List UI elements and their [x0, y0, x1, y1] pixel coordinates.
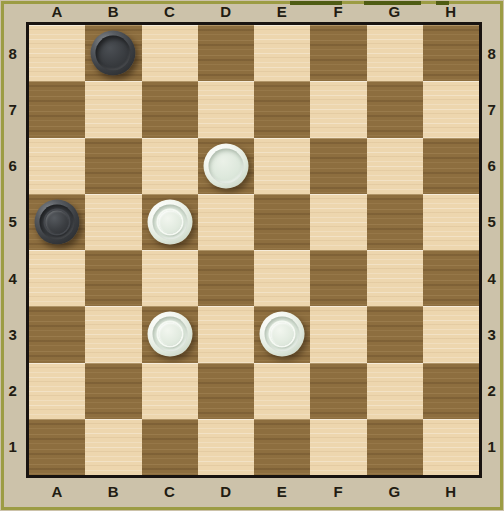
top-border-mark-1: [290, 1, 342, 5]
square-h5[interactable]: [423, 194, 479, 250]
file-label-top-a: A: [29, 0, 85, 22]
square-e1[interactable]: [254, 419, 310, 475]
square-a1[interactable]: [29, 419, 85, 475]
rank-label-right-8: 8: [482, 25, 502, 81]
rank-label-right-3: 3: [482, 306, 502, 362]
square-f5[interactable]: [310, 194, 366, 250]
square-d2[interactable]: [198, 363, 254, 419]
square-a6[interactable]: [29, 138, 85, 194]
square-b6[interactable]: [85, 138, 141, 194]
rank-labels-right: 87654321: [482, 25, 502, 475]
square-b4[interactable]: [85, 250, 141, 306]
file-label-bottom-g: G: [367, 478, 423, 505]
piece-white-king-c3[interactable]: [147, 312, 192, 357]
square-f7[interactable]: [310, 81, 366, 137]
square-c1[interactable]: [142, 419, 198, 475]
square-f6[interactable]: [310, 138, 366, 194]
square-d8[interactable]: [198, 25, 254, 81]
square-a2[interactable]: [29, 363, 85, 419]
square-e6[interactable]: [254, 138, 310, 194]
rank-label-right-4: 4: [482, 250, 502, 306]
square-g3[interactable]: [367, 306, 423, 362]
file-label-bottom-f: F: [310, 478, 366, 505]
rank-label-left-8: 8: [0, 25, 26, 81]
file-label-top-c: C: [142, 0, 198, 22]
checkers-app: ABCDEFGH ABCDEFGH 87654321 87654321: [0, 0, 504, 511]
square-e5[interactable]: [254, 194, 310, 250]
rank-label-left-7: 7: [0, 81, 26, 137]
square-h4[interactable]: [423, 250, 479, 306]
square-f4[interactable]: [310, 250, 366, 306]
piece-white-man-d6[interactable]: [203, 143, 248, 188]
square-b8[interactable]: [85, 25, 141, 81]
square-d4[interactable]: [198, 250, 254, 306]
square-c8[interactable]: [142, 25, 198, 81]
square-d5[interactable]: [198, 194, 254, 250]
rank-label-left-2: 2: [0, 363, 26, 419]
file-label-bottom-e: E: [254, 478, 310, 505]
board: [26, 22, 482, 478]
square-c6[interactable]: [142, 138, 198, 194]
square-h8[interactable]: [423, 25, 479, 81]
top-border-mark-3: [436, 1, 449, 5]
square-h3[interactable]: [423, 306, 479, 362]
rank-label-right-6: 6: [482, 138, 502, 194]
square-b5[interactable]: [85, 194, 141, 250]
square-g1[interactable]: [367, 419, 423, 475]
square-c5[interactable]: [142, 194, 198, 250]
square-a4[interactable]: [29, 250, 85, 306]
rank-label-left-4: 4: [0, 250, 26, 306]
rank-label-right-7: 7: [482, 81, 502, 137]
piece-white-king-e3[interactable]: [260, 312, 305, 357]
square-c4[interactable]: [142, 250, 198, 306]
square-b7[interactable]: [85, 81, 141, 137]
rank-label-left-6: 6: [0, 138, 26, 194]
rank-label-right-1: 1: [482, 419, 502, 475]
rank-label-left-1: 1: [0, 419, 26, 475]
square-g7[interactable]: [367, 81, 423, 137]
square-g4[interactable]: [367, 250, 423, 306]
square-a8[interactable]: [29, 25, 85, 81]
square-e3[interactable]: [254, 306, 310, 362]
top-border-mark-2: [364, 1, 421, 5]
square-g2[interactable]: [367, 363, 423, 419]
square-d6[interactable]: [198, 138, 254, 194]
square-c3[interactable]: [142, 306, 198, 362]
square-d3[interactable]: [198, 306, 254, 362]
file-label-bottom-c: C: [142, 478, 198, 505]
rank-label-left-5: 5: [0, 194, 26, 250]
rank-label-right-2: 2: [482, 363, 502, 419]
piece-black-king-a5[interactable]: [35, 199, 80, 244]
file-labels-bottom: ABCDEFGH: [29, 478, 479, 505]
square-h2[interactable]: [423, 363, 479, 419]
square-e8[interactable]: [254, 25, 310, 81]
square-a7[interactable]: [29, 81, 85, 137]
file-label-top-h: H: [423, 0, 479, 22]
rank-label-right-5: 5: [482, 194, 502, 250]
square-d7[interactable]: [198, 81, 254, 137]
file-label-top-d: D: [198, 0, 254, 22]
square-g8[interactable]: [367, 25, 423, 81]
square-f1[interactable]: [310, 419, 366, 475]
square-c2[interactable]: [142, 363, 198, 419]
square-f2[interactable]: [310, 363, 366, 419]
square-e4[interactable]: [254, 250, 310, 306]
square-b2[interactable]: [85, 363, 141, 419]
square-e7[interactable]: [254, 81, 310, 137]
rank-label-left-3: 3: [0, 306, 26, 362]
piece-black-man-b8[interactable]: [91, 31, 136, 76]
square-e2[interactable]: [254, 363, 310, 419]
square-g6[interactable]: [367, 138, 423, 194]
file-label-top-b: B: [85, 0, 141, 22]
square-a5[interactable]: [29, 194, 85, 250]
square-c7[interactable]: [142, 81, 198, 137]
square-f3[interactable]: [310, 306, 366, 362]
file-label-bottom-a: A: [29, 478, 85, 505]
piece-white-king-c5[interactable]: [147, 199, 192, 244]
square-h1[interactable]: [423, 419, 479, 475]
square-b3[interactable]: [85, 306, 141, 362]
square-g5[interactable]: [367, 194, 423, 250]
square-a3[interactable]: [29, 306, 85, 362]
square-d1[interactable]: [198, 419, 254, 475]
file-label-bottom-h: H: [423, 478, 479, 505]
square-h7[interactable]: [423, 81, 479, 137]
file-label-bottom-b: B: [85, 478, 141, 505]
rank-labels-left: 87654321: [0, 25, 26, 475]
square-h6[interactable]: [423, 138, 479, 194]
square-f8[interactable]: [310, 25, 366, 81]
file-label-bottom-d: D: [198, 478, 254, 505]
square-b1[interactable]: [85, 419, 141, 475]
